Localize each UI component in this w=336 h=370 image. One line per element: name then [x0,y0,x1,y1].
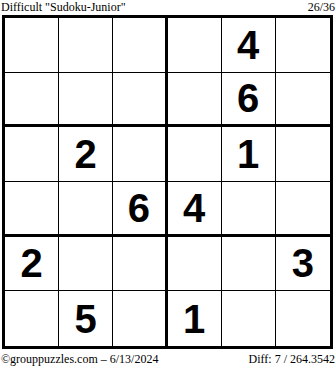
given-digit: 5 [75,299,97,339]
footer-copyright: ©grouppuzzles.com – 6/13/2024 [1,353,158,366]
cell-r2c3[interactable] [113,73,167,128]
cell-r4c3[interactable]: 6 [113,182,167,237]
cell-r5c2[interactable] [59,237,113,292]
cell-r6c4[interactable]: 1 [168,291,222,346]
cell-r1c6[interactable] [276,18,330,73]
cell-r1c4[interactable] [168,18,222,73]
cell-r1c2[interactable] [59,18,113,73]
cell-r3c1[interactable] [5,127,59,182]
cell-r6c6[interactable] [276,291,330,346]
page-title: Difficult "Sudoku-Junior" [1,1,126,14]
given-digit: 4 [237,25,259,65]
given-digit: 3 [292,243,314,283]
cell-r5c4[interactable] [168,237,222,292]
given-digit: 6 [128,188,150,228]
footer-bar: ©grouppuzzles.com – 6/13/2024 Diff: 7 / … [1,353,335,366]
filled-count: 26/36 [308,1,335,14]
cell-r4c6[interactable] [276,182,330,237]
cell-r3c3[interactable] [113,127,167,182]
given-digit: 4 [183,188,205,228]
footer-difficulty: Diff: 7 / 264.3542 [249,353,335,366]
cell-r5c5[interactable] [222,237,276,292]
header-bar: Difficult "Sudoku-Junior" 26/36 [1,1,335,14]
given-digit: 1 [183,299,205,339]
cell-r1c5[interactable]: 4 [222,18,276,73]
given-digit: 2 [75,134,97,174]
cell-r3c4[interactable] [168,127,222,182]
cell-r2c4[interactable] [168,73,222,128]
cell-r5c1[interactable]: 2 [5,237,59,292]
cell-r3c5[interactable]: 1 [222,127,276,182]
cell-r6c3[interactable] [113,291,167,346]
cell-r4c4[interactable]: 4 [168,182,222,237]
puzzle-page: Difficult "Sudoku-Junior" 26/36 46216423… [0,0,336,370]
cell-r4c1[interactable] [5,182,59,237]
cell-r5c3[interactable] [113,237,167,292]
cell-r2c5[interactable]: 6 [222,73,276,128]
cell-r1c1[interactable] [5,18,59,73]
cell-r2c6[interactable] [276,73,330,128]
cell-r3c6[interactable] [276,127,330,182]
given-digit: 6 [237,78,259,118]
cell-r1c3[interactable] [113,18,167,73]
cell-r6c1[interactable] [5,291,59,346]
given-digit: 1 [237,134,259,174]
cell-r2c1[interactable] [5,73,59,128]
cell-r6c5[interactable] [222,291,276,346]
cell-r5c6[interactable]: 3 [276,237,330,292]
cell-r3c2[interactable]: 2 [59,127,113,182]
cell-r2c2[interactable] [59,73,113,128]
cell-r4c2[interactable] [59,182,113,237]
given-digit: 2 [20,243,42,283]
sudoku-grid: 4621642351 [2,15,333,349]
cell-r4c5[interactable] [222,182,276,237]
cell-r6c2[interactable]: 5 [59,291,113,346]
